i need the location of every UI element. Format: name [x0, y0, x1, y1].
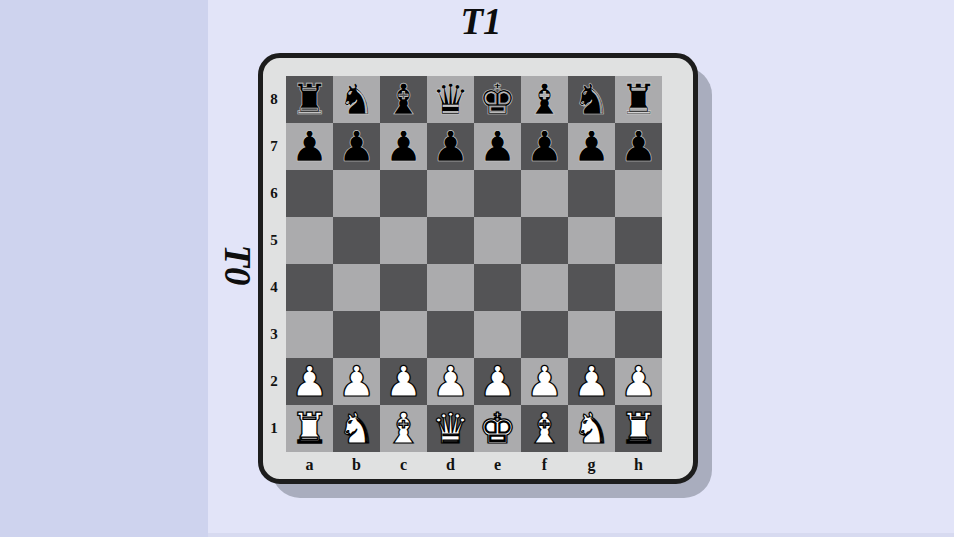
square-d2[interactable]: ♟	[427, 358, 474, 405]
square-e1[interactable]: ♚	[474, 405, 521, 452]
file-label-h: h	[615, 452, 662, 478]
square-g7[interactable]: ♟	[568, 123, 615, 170]
piece-white-pawn[interactable]: ♟	[291, 358, 329, 405]
piece-black-pawn[interactable]: ♟	[573, 123, 611, 170]
piece-white-pawn[interactable]: ♟	[479, 358, 517, 405]
square-g1[interactable]: ♞	[568, 405, 615, 452]
square-a4[interactable]	[286, 264, 333, 311]
piece-black-pawn[interactable]: ♟	[479, 123, 517, 170]
file-label-e: e	[474, 452, 521, 478]
file-label-c: c	[380, 452, 427, 478]
piece-black-knight[interactable]: ♞	[573, 76, 611, 123]
piece-white-pawn[interactable]: ♟	[385, 358, 423, 405]
piece-white-bishop[interactable]: ♝	[526, 405, 564, 452]
square-f2[interactable]: ♟	[521, 358, 568, 405]
left-margin-strip	[0, 0, 208, 537]
square-b1[interactable]: ♞	[333, 405, 380, 452]
piece-white-pawn[interactable]: ♟	[338, 358, 376, 405]
square-a3[interactable]	[286, 311, 333, 358]
rank-label-2: 2	[262, 358, 286, 405]
piece-white-pawn[interactable]: ♟	[620, 358, 658, 405]
rank-label-3: 3	[262, 311, 286, 358]
square-b5[interactable]	[333, 217, 380, 264]
square-b7[interactable]: ♟	[333, 123, 380, 170]
piece-black-pawn[interactable]: ♟	[432, 123, 470, 170]
square-a1[interactable]: ♜	[286, 405, 333, 452]
square-c3[interactable]	[380, 311, 427, 358]
square-c2[interactable]: ♟	[380, 358, 427, 405]
piece-black-pawn[interactable]: ♟	[291, 123, 329, 170]
piece-white-knight[interactable]: ♞	[573, 405, 611, 452]
piece-black-rook[interactable]: ♜	[291, 76, 329, 123]
piece-white-bishop[interactable]: ♝	[385, 405, 423, 452]
square-e8[interactable]: ♚	[474, 76, 521, 123]
square-h5[interactable]	[615, 217, 662, 264]
piece-black-knight[interactable]: ♞	[338, 76, 376, 123]
top-axis-label: T1	[460, 0, 501, 43]
square-a2[interactable]: ♟	[286, 358, 333, 405]
square-g6[interactable]	[568, 170, 615, 217]
piece-black-queen[interactable]: ♛	[432, 76, 470, 123]
square-a8[interactable]: ♜	[286, 76, 333, 123]
square-b8[interactable]: ♞	[333, 76, 380, 123]
square-c7[interactable]: ♟	[380, 123, 427, 170]
square-e6[interactable]	[474, 170, 521, 217]
square-d7[interactable]: ♟	[427, 123, 474, 170]
square-h2[interactable]: ♟	[615, 358, 662, 405]
left-axis-label: T0	[216, 244, 259, 285]
file-label-b: b	[333, 452, 380, 478]
square-c6[interactable]	[380, 170, 427, 217]
square-a5[interactable]	[286, 217, 333, 264]
square-f1[interactable]: ♝	[521, 405, 568, 452]
square-h1[interactable]: ♜	[615, 405, 662, 452]
square-b4[interactable]	[333, 264, 380, 311]
square-d3[interactable]	[427, 311, 474, 358]
file-label-g: g	[568, 452, 615, 478]
piece-black-bishop[interactable]: ♝	[526, 76, 564, 123]
square-g4[interactable]	[568, 264, 615, 311]
piece-white-pawn[interactable]: ♟	[573, 358, 611, 405]
page-background: T1 T0 ♜♞♝♛♚♝♞♜♟♟♟♟♟♟♟♟♟♟♟♟♟♟♟♟♜♞♝♛♚♝♞♜ 8…	[0, 0, 954, 537]
rank-label-6: 6	[262, 170, 286, 217]
square-d4[interactable]	[427, 264, 474, 311]
square-e5[interactable]	[474, 217, 521, 264]
file-label-f: f	[521, 452, 568, 478]
piece-white-rook[interactable]: ♜	[291, 405, 329, 452]
square-c5[interactable]	[380, 217, 427, 264]
square-e3[interactable]	[474, 311, 521, 358]
square-b2[interactable]: ♟	[333, 358, 380, 405]
square-a7[interactable]: ♟	[286, 123, 333, 170]
square-d5[interactable]	[427, 217, 474, 264]
square-h8[interactable]: ♜	[615, 76, 662, 123]
piece-black-pawn[interactable]: ♟	[526, 123, 564, 170]
piece-white-pawn[interactable]: ♟	[526, 358, 564, 405]
square-f3[interactable]	[521, 311, 568, 358]
file-label-d: d	[427, 452, 474, 478]
square-d6[interactable]	[427, 170, 474, 217]
piece-black-king[interactable]: ♚	[479, 76, 517, 123]
square-c8[interactable]: ♝	[380, 76, 427, 123]
piece-black-rook[interactable]: ♜	[620, 76, 658, 123]
square-d1[interactable]: ♛	[427, 405, 474, 452]
rank-label-8: 8	[262, 76, 286, 123]
square-e2[interactable]: ♟	[474, 358, 521, 405]
square-f5[interactable]	[521, 217, 568, 264]
square-h3[interactable]	[615, 311, 662, 358]
rank-label-1: 1	[262, 405, 286, 452]
square-c4[interactable]	[380, 264, 427, 311]
square-d8[interactable]: ♛	[427, 76, 474, 123]
piece-black-pawn[interactable]: ♟	[385, 123, 423, 170]
square-c1[interactable]: ♝	[380, 405, 427, 452]
square-f6[interactable]	[521, 170, 568, 217]
piece-white-rook[interactable]: ♜	[620, 405, 658, 452]
square-h7[interactable]: ♟	[615, 123, 662, 170]
chess-board: ♜♞♝♛♚♝♞♜♟♟♟♟♟♟♟♟♟♟♟♟♟♟♟♟♜♞♝♛♚♝♞♜	[286, 76, 662, 452]
bottom-margin-strip	[208, 533, 954, 537]
square-h4[interactable]	[615, 264, 662, 311]
square-e7[interactable]: ♟	[474, 123, 521, 170]
rank-label-4: 4	[262, 264, 286, 311]
piece-black-pawn[interactable]: ♟	[338, 123, 376, 170]
square-f8[interactable]: ♝	[521, 76, 568, 123]
piece-white-knight[interactable]: ♞	[338, 405, 376, 452]
rank-label-5: 5	[262, 217, 286, 264]
square-g8[interactable]: ♞	[568, 76, 615, 123]
piece-black-bishop[interactable]: ♝	[385, 76, 423, 123]
square-f7[interactable]: ♟	[521, 123, 568, 170]
rank-label-7: 7	[262, 123, 286, 170]
square-f4[interactable]	[521, 264, 568, 311]
piece-white-pawn[interactable]: ♟	[432, 358, 470, 405]
square-g2[interactable]: ♟	[568, 358, 615, 405]
square-b3[interactable]	[333, 311, 380, 358]
square-a6[interactable]	[286, 170, 333, 217]
square-b6[interactable]	[333, 170, 380, 217]
square-g5[interactable]	[568, 217, 615, 264]
piece-black-pawn[interactable]: ♟	[620, 123, 658, 170]
piece-white-king[interactable]: ♚	[479, 405, 517, 452]
square-e4[interactable]	[474, 264, 521, 311]
piece-white-queen[interactable]: ♛	[432, 405, 470, 452]
square-g3[interactable]	[568, 311, 615, 358]
square-h6[interactable]	[615, 170, 662, 217]
file-label-a: a	[286, 452, 333, 478]
